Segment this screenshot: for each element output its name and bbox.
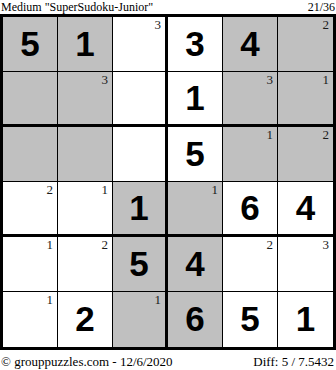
cell-r1c3[interactable]: 3: [113, 17, 168, 72]
pencil-mark: 2: [47, 182, 54, 197]
cell-r1c1[interactable]: 5: [3, 17, 58, 72]
cell-r3c2[interactable]: [58, 127, 113, 182]
cell-r5c4[interactable]: 4: [168, 237, 223, 292]
pencil-mark: 2: [267, 237, 274, 252]
cell-r1c4[interactable]: 3: [168, 17, 223, 72]
cell-r6c1[interactable]: 1: [3, 292, 58, 347]
cell-r4c6[interactable]: 4: [278, 182, 333, 237]
clue-counter: 21/36: [308, 1, 335, 14]
cell-value: 1: [185, 80, 204, 117]
pencil-mark: 1: [155, 292, 162, 307]
cell-r3c3[interactable]: [113, 127, 168, 182]
cell-r2c6[interactable]: 1: [278, 72, 333, 127]
header-bar: Medium "SuperSudoku-Junior" 21/36: [0, 0, 336, 14]
cell-value: 5: [240, 301, 259, 338]
pencil-mark: 3: [323, 237, 330, 252]
cell-value: 1: [129, 190, 148, 227]
pencil-mark: 1: [267, 127, 274, 142]
pencil-mark: 2: [102, 237, 109, 252]
pencil-mark: 3: [267, 72, 274, 87]
cell-r6c5[interactable]: 5: [223, 292, 278, 347]
footer-bar: © grouppuzzles.com - 12/6/2020 Diff: 5 /…: [0, 350, 336, 370]
cell-value: 4: [240, 26, 259, 63]
cell-r4c2[interactable]: 1: [58, 182, 113, 237]
pencil-mark: 2: [323, 127, 330, 142]
cell-r5c5[interactable]: 2: [223, 237, 278, 292]
cell-r1c5[interactable]: 4: [223, 17, 278, 72]
cell-r5c3[interactable]: 5: [113, 237, 168, 292]
cell-value: 6: [240, 190, 259, 227]
cell-r3c1[interactable]: [3, 127, 58, 182]
cell-value: 4: [296, 190, 315, 227]
puzzle-title: Medium "SuperSudoku-Junior": [1, 1, 153, 14]
cell-r3c5[interactable]: 1: [223, 127, 278, 182]
pencil-mark: 2: [323, 17, 330, 32]
cell-r3c4[interactable]: 5: [168, 127, 223, 182]
cell-r1c2[interactable]: 1: [58, 17, 113, 72]
cell-r2c4[interactable]: 1: [168, 72, 223, 127]
cell-value: 6: [185, 301, 204, 338]
cell-value: 2: [75, 301, 94, 338]
cell-r6c3[interactable]: 1: [113, 292, 168, 347]
cell-value: 5: [20, 26, 39, 63]
copyright-credit: © grouppuzzles.com - 12/6/2020: [1, 354, 173, 370]
pencil-mark: 1: [102, 182, 109, 197]
cell-r6c6[interactable]: 1: [278, 292, 333, 347]
cell-r5c2[interactable]: 2: [58, 237, 113, 292]
cell-r3c6[interactable]: 2: [278, 127, 333, 182]
pencil-mark: 1: [212, 182, 219, 197]
pencil-mark: 3: [102, 72, 109, 87]
pencil-mark: 1: [47, 292, 54, 307]
cell-r2c5[interactable]: 3: [223, 72, 278, 127]
cell-r6c4[interactable]: 6: [168, 292, 223, 347]
cell-r6c2[interactable]: 2: [58, 292, 113, 347]
sudoku-grid: 5133423131512211164125423121651: [0, 14, 336, 350]
cell-r2c2[interactable]: 3: [58, 72, 113, 127]
cell-r2c1[interactable]: [3, 72, 58, 127]
cell-r1c6[interactable]: 2: [278, 17, 333, 72]
cell-value: 4: [185, 246, 204, 283]
cell-r4c1[interactable]: 2: [3, 182, 58, 237]
cell-value: 3: [185, 26, 204, 63]
pencil-mark: 1: [47, 237, 54, 252]
cell-value: 1: [75, 26, 94, 63]
cell-value: 5: [185, 136, 204, 173]
cell-r4c4[interactable]: 1: [168, 182, 223, 237]
cell-r4c3[interactable]: 1: [113, 182, 168, 237]
cell-r5c1[interactable]: 1: [3, 237, 58, 292]
cell-r2c3[interactable]: [113, 72, 168, 127]
cell-r5c6[interactable]: 3: [278, 237, 333, 292]
cell-value: 5: [129, 246, 148, 283]
cell-r4c5[interactable]: 6: [223, 182, 278, 237]
difficulty-rating: Diff: 5 / 7.5432: [253, 354, 334, 370]
pencil-mark: 1: [323, 72, 330, 87]
pencil-mark: 3: [155, 17, 162, 32]
cell-value: 1: [296, 301, 315, 338]
